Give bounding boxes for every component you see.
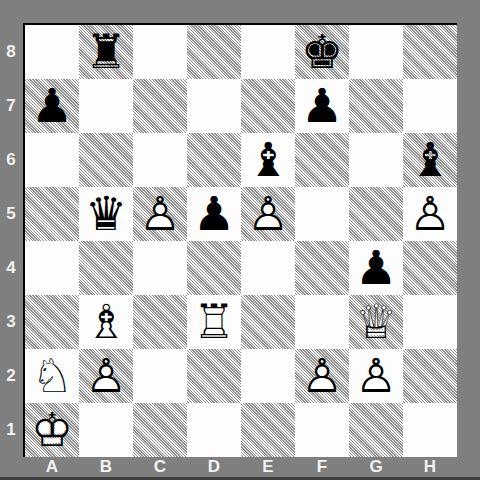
square-a5[interactable] <box>25 187 79 241</box>
rank-label-2: 2 <box>0 349 22 403</box>
white-pawn: ♟♙ <box>403 187 457 241</box>
square-g2[interactable]: ♟♙ <box>349 349 403 403</box>
white-king: ♚♔ <box>25 403 79 457</box>
square-f3[interactable] <box>295 295 349 349</box>
square-d6[interactable] <box>187 133 241 187</box>
square-h7[interactable] <box>403 79 457 133</box>
square-c3[interactable] <box>133 295 187 349</box>
square-h6[interactable]: ♝ <box>403 133 457 187</box>
square-e8[interactable] <box>241 25 295 79</box>
square-b5[interactable]: ♛ <box>79 187 133 241</box>
black-pawn: ♟ <box>187 187 241 241</box>
black-bishop: ♝ <box>241 133 295 187</box>
square-c7[interactable] <box>133 79 187 133</box>
white-pawn: ♟♙ <box>295 349 349 403</box>
white-bishop: ♝♗ <box>79 295 133 349</box>
black-pawn: ♟ <box>349 241 403 295</box>
square-e2[interactable] <box>241 349 295 403</box>
square-e1[interactable] <box>241 403 295 457</box>
black-king: ♚ <box>295 25 349 79</box>
white-pawn: ♟♙ <box>349 349 403 403</box>
square-g4[interactable]: ♟ <box>349 241 403 295</box>
square-d2[interactable] <box>187 349 241 403</box>
square-g7[interactable] <box>349 79 403 133</box>
board-frame: ♜♚♟♟♝♝♛♟♙♟♟♙♟♙♟♝♗♜♖♛♕♞♘♟♙♟♙♟♙♚♔ <box>23 23 457 457</box>
square-b8[interactable]: ♜ <box>79 25 133 79</box>
chess-board: ♜♚♟♟♝♝♛♟♙♟♟♙♟♙♟♝♗♜♖♛♕♞♘♟♙♟♙♟♙♚♔ <box>25 25 457 457</box>
square-c5[interactable]: ♟♙ <box>133 187 187 241</box>
square-f8[interactable]: ♚ <box>295 25 349 79</box>
square-b1[interactable] <box>79 403 133 457</box>
white-pawn: ♟♙ <box>241 187 295 241</box>
square-d4[interactable] <box>187 241 241 295</box>
square-a7[interactable]: ♟ <box>25 79 79 133</box>
square-b3[interactable]: ♝♗ <box>79 295 133 349</box>
rank-label-5: 5 <box>0 187 22 241</box>
rank-label-6: 6 <box>0 133 22 187</box>
square-d3[interactable]: ♜♖ <box>187 295 241 349</box>
white-pawn: ♟♙ <box>79 349 133 403</box>
square-d7[interactable] <box>187 79 241 133</box>
square-c6[interactable] <box>133 133 187 187</box>
rank-label-3: 3 <box>0 295 22 349</box>
chess-diagram: ♜♚♟♟♝♝♛♟♙♟♟♙♟♙♟♝♗♜♖♛♕♞♘♟♙♟♙♟♙♚♔ 87654321… <box>0 0 480 480</box>
black-bishop: ♝ <box>403 133 457 187</box>
black-pawn: ♟ <box>25 79 79 133</box>
square-h5[interactable]: ♟♙ <box>403 187 457 241</box>
white-rook: ♜♖ <box>187 295 241 349</box>
square-h1[interactable] <box>403 403 457 457</box>
square-h2[interactable] <box>403 349 457 403</box>
square-g1[interactable] <box>349 403 403 457</box>
square-e5[interactable]: ♟♙ <box>241 187 295 241</box>
rank-label-1: 1 <box>0 403 22 457</box>
square-f7[interactable]: ♟ <box>295 79 349 133</box>
square-c4[interactable] <box>133 241 187 295</box>
square-a8[interactable] <box>25 25 79 79</box>
square-g3[interactable]: ♛♕ <box>349 295 403 349</box>
square-e4[interactable] <box>241 241 295 295</box>
white-queen: ♛♕ <box>349 295 403 349</box>
square-g8[interactable] <box>349 25 403 79</box>
square-f5[interactable] <box>295 187 349 241</box>
black-pawn: ♟ <box>295 79 349 133</box>
square-a1[interactable]: ♚♔ <box>25 403 79 457</box>
rank-label-8: 8 <box>0 25 22 79</box>
square-h3[interactable] <box>403 295 457 349</box>
white-pawn: ♟♙ <box>133 187 187 241</box>
white-knight: ♞♘ <box>25 349 79 403</box>
rank-label-7: 7 <box>0 79 22 133</box>
square-d8[interactable] <box>187 25 241 79</box>
black-rook: ♜ <box>79 25 133 79</box>
square-a2[interactable]: ♞♘ <box>25 349 79 403</box>
square-b4[interactable] <box>79 241 133 295</box>
square-f6[interactable] <box>295 133 349 187</box>
black-queen: ♛ <box>79 187 133 241</box>
square-f1[interactable] <box>295 403 349 457</box>
square-e3[interactable] <box>241 295 295 349</box>
square-d5[interactable]: ♟ <box>187 187 241 241</box>
square-a6[interactable] <box>25 133 79 187</box>
square-b2[interactable]: ♟♙ <box>79 349 133 403</box>
square-c2[interactable] <box>133 349 187 403</box>
square-a4[interactable] <box>25 241 79 295</box>
square-a3[interactable] <box>25 295 79 349</box>
square-b6[interactable] <box>79 133 133 187</box>
square-c1[interactable] <box>133 403 187 457</box>
rank-label-4: 4 <box>0 241 22 295</box>
square-f4[interactable] <box>295 241 349 295</box>
square-b7[interactable] <box>79 79 133 133</box>
square-h8[interactable] <box>403 25 457 79</box>
square-e6[interactable]: ♝ <box>241 133 295 187</box>
square-f2[interactable]: ♟♙ <box>295 349 349 403</box>
square-h4[interactable] <box>403 241 457 295</box>
square-g5[interactable] <box>349 187 403 241</box>
square-c8[interactable] <box>133 25 187 79</box>
square-g6[interactable] <box>349 133 403 187</box>
square-e7[interactable] <box>241 79 295 133</box>
square-d1[interactable] <box>187 403 241 457</box>
